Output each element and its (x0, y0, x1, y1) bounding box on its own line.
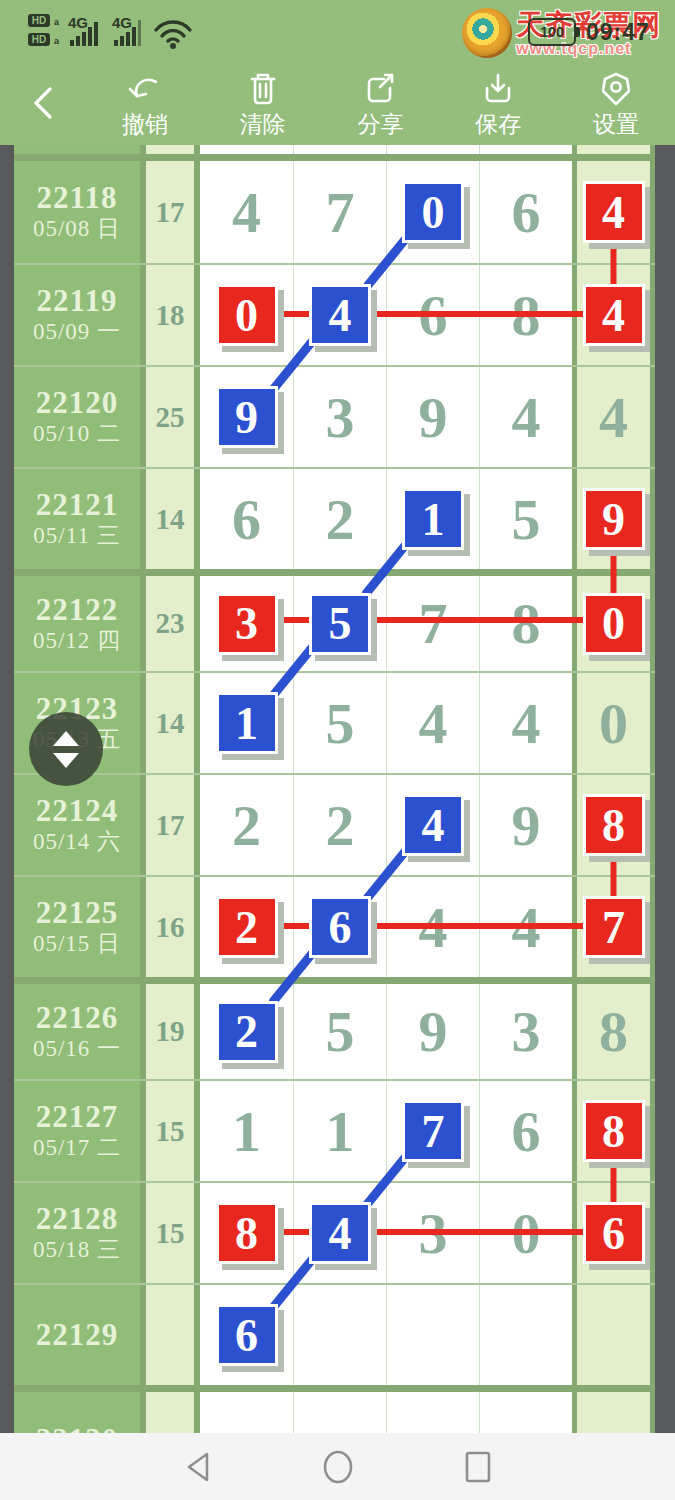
digit-cell[interactable]: 4 (479, 877, 572, 977)
digit-cell[interactable]: 3 (479, 984, 572, 1079)
digit-cell[interactable] (386, 1392, 479, 1433)
status-bar: HD a HD a 4G 4G (0, 0, 675, 60)
grid-divider (650, 673, 655, 773)
svg-text:4G: 4G (112, 14, 132, 31)
nav-back-icon (183, 1450, 213, 1484)
digit-cell[interactable]: 4 (386, 877, 479, 977)
clear-button[interactable]: 清除 (204, 70, 322, 136)
draw-row-22123: 2212305/13 五1415440 (14, 671, 655, 773)
svg-text:4G: 4G (68, 14, 88, 31)
digit-cell[interactable]: 2 (293, 469, 386, 569)
digit-cell[interactable]: 6 (479, 161, 572, 263)
red-marked-digit[interactable]: 0 (583, 593, 645, 655)
scroll-down-icon (53, 753, 79, 768)
svg-text:HD: HD (32, 34, 46, 45)
digit-cell[interactable]: 9 (386, 984, 479, 1079)
draw-date: 05/09 一 (33, 318, 121, 346)
grid-divider (650, 877, 655, 977)
digit-cell (293, 145, 386, 154)
red-marked-digit[interactable]: 9 (583, 488, 645, 550)
digit-cell[interactable]: 4 (577, 265, 650, 365)
save-button[interactable]: 保存 (439, 70, 557, 136)
issue-number: 22118 (37, 181, 118, 215)
sum-cell (146, 1285, 194, 1385)
sum-cell: 17 (146, 775, 194, 875)
draw-row-22129: 221296 (14, 1283, 655, 1385)
settings-icon (596, 70, 636, 108)
scroll-updown-button[interactable] (29, 712, 103, 786)
sum-cell: 15 (146, 1183, 194, 1283)
digit-cell[interactable]: 0 (386, 161, 479, 263)
sum-cell: 17 (146, 161, 194, 263)
settings-button[interactable]: 设置 (557, 70, 675, 136)
draw-date: 05/16 一 (33, 1035, 121, 1063)
digit-cell[interactable]: 1 (200, 673, 293, 773)
digit-cell[interactable]: 1 (386, 469, 479, 569)
red-marked-digit[interactable]: 6 (583, 1202, 645, 1264)
android-nav-bar (0, 1433, 675, 1500)
draw-row-22126: 2212605/16 一1925938 (14, 977, 655, 1079)
issue-cell: 2212205/12 四 (14, 576, 140, 671)
draw-date: 05/17 二 (33, 1134, 121, 1162)
digit-cell[interactable]: 8 (200, 1183, 293, 1283)
grid-divider (650, 1285, 655, 1385)
digit-cell[interactable]: 5 (293, 576, 386, 671)
sum-cell: 14 (146, 673, 194, 773)
issue-cell: 22129 (14, 1285, 140, 1385)
save-label: 保存 (475, 112, 521, 136)
digit-cell[interactable]: 7 (386, 576, 479, 671)
digit-cell[interactable]: 4 (293, 265, 386, 365)
share-label: 分享 (357, 112, 403, 136)
issue-cell: 2212805/18 三 (14, 1183, 140, 1283)
trend-chart: 2211805/08 日17470642211905/09 一180468422… (0, 145, 675, 1433)
issue-cell: 2212605/16 一 (14, 984, 140, 1079)
digit-cell[interactable]: 4 (386, 775, 479, 875)
digit-cell[interactable]: 2 (200, 775, 293, 875)
nav-home-icon (321, 1449, 355, 1485)
app-screen: HD a HD a 4G 4G (0, 0, 675, 1500)
issue-number: 22124 (36, 794, 119, 828)
digit-cell[interactable] (577, 1285, 650, 1385)
digit-cell[interactable]: 8 (577, 775, 650, 875)
digit-cell[interactable]: 0 (200, 265, 293, 365)
grid-divider (650, 265, 655, 365)
digit-cell[interactable]: 8 (479, 576, 572, 671)
issue-cell: 2211905/09 一 (14, 265, 140, 365)
digit-cell[interactable]: 2 (293, 775, 386, 875)
digit-cell[interactable]: 5 (293, 984, 386, 1079)
sum-cell: 15 (146, 1081, 194, 1181)
draw-date: 05/11 三 (33, 522, 120, 550)
draw-date: 05/14 六 (33, 828, 121, 856)
sum-cell: 19 (146, 984, 194, 1079)
blue-marked-digit[interactable]: 6 (309, 896, 371, 958)
sum-cell: 23 (146, 576, 194, 671)
draw-date: 05/08 日 (33, 215, 121, 243)
sum-cell: 18 (146, 265, 194, 365)
blue-marked-digit[interactable]: 5 (309, 593, 371, 655)
digit-cell[interactable]: 4 (577, 161, 650, 263)
trend-chart-grid: 2211805/08 日17470642211905/09 一180468422… (14, 145, 655, 1433)
toolbar: 撤销 清除 分享 保存 (0, 60, 675, 145)
clear-label: 清除 (240, 112, 286, 136)
digit-cell[interactable]: 4 (200, 161, 293, 263)
digit-cell[interactable] (386, 1285, 479, 1385)
draw-date: 05/18 三 (33, 1236, 121, 1264)
digit-cell[interactable]: 9 (200, 367, 293, 467)
blue-marked-digit[interactable]: 1 (402, 488, 464, 550)
grid-divider (650, 161, 655, 263)
digit-cell[interactable]: 8 (577, 1081, 650, 1181)
digit-cell[interactable]: 6 (577, 1183, 650, 1283)
back-button[interactable] (0, 83, 86, 123)
digit-cell[interactable]: 5 (479, 469, 572, 569)
digit-cell[interactable]: 2 (200, 877, 293, 977)
red-marked-digit[interactable]: 2 (216, 896, 278, 958)
issue-number: 22122 (36, 593, 119, 627)
draw-date: 05/15 日 (33, 930, 121, 958)
scroll-up-icon (53, 731, 79, 746)
digit-cell[interactable]: 7 (577, 877, 650, 977)
battery-icon: 100 (528, 18, 576, 46)
issue-number: 22130 (36, 1423, 119, 1434)
digit-cell[interactable] (479, 1392, 572, 1433)
draw-row-22120: 2212005/10 二2593944 (14, 365, 655, 467)
issue-number: 22120 (36, 386, 119, 420)
digit-cell[interactable]: 6 (293, 877, 386, 977)
digit-cell (577, 145, 650, 154)
digit-cell[interactable] (479, 1285, 572, 1385)
trash-icon (243, 70, 283, 108)
draw-row-22119: 2211905/09 一1804684 (14, 263, 655, 365)
digit-cell[interactable]: 6 (200, 1285, 293, 1385)
digit-cell[interactable] (293, 1285, 386, 1385)
undo-icon (125, 70, 165, 108)
nav-recents-icon (463, 1450, 493, 1484)
digit-cell[interactable]: 4 (293, 1183, 386, 1283)
digit-cell[interactable]: 0 (577, 576, 650, 671)
svg-text:a: a (54, 17, 60, 27)
red-marked-digit[interactable]: 8 (583, 794, 645, 856)
nav-home-button[interactable] (321, 1449, 355, 1485)
undo-label: 撤销 (122, 112, 168, 136)
issue-cell: 2212705/17 二 (14, 1081, 140, 1181)
red-marked-digit[interactable]: 4 (583, 181, 645, 243)
red-marked-digit[interactable]: 0 (216, 284, 278, 346)
signal-wifi-icons: HD a HD a 4G 4G (28, 10, 228, 52)
issue-number: 22119 (37, 284, 118, 318)
issue-number: 22125 (36, 896, 119, 930)
issue-number: 22129 (36, 1318, 119, 1352)
issue-cell: 2212405/14 六 (14, 775, 140, 875)
grid-divider (650, 576, 655, 671)
digit-cell[interactable]: 4 (479, 367, 572, 467)
issue-cell: 2212005/10 二 (14, 367, 140, 467)
battery-level: 100 (540, 24, 563, 40)
blue-marked-digit[interactable]: 7 (402, 1100, 464, 1162)
draw-row-22124: 2212405/14 六1722498 (14, 773, 655, 875)
draw-row-22130: 22130 (14, 1385, 655, 1433)
digit-cell[interactable]: 6 (386, 265, 479, 365)
site-logo-icon (462, 8, 512, 58)
grid-divider (650, 1392, 655, 1433)
digit-cell[interactable]: 1 (200, 1081, 293, 1181)
blue-marked-digit[interactable]: 0 (402, 181, 464, 243)
digit-cell (200, 145, 293, 154)
digit-cell[interactable]: 6 (479, 1081, 572, 1181)
digit-cell[interactable]: 9 (386, 367, 479, 467)
status-time: 09:47 (586, 19, 650, 46)
sum-cell (146, 145, 194, 154)
issue-number: 22128 (36, 1202, 119, 1236)
digit-cell[interactable]: 1 (293, 1081, 386, 1181)
digit-cell[interactable]: 5 (293, 673, 386, 773)
digit-cell[interactable]: 9 (577, 469, 650, 569)
group-divider (14, 154, 655, 161)
grid-divider (650, 984, 655, 1079)
grid-divider (650, 367, 655, 467)
digit-cell[interactable]: 2 (200, 984, 293, 1079)
digit-cell[interactable]: 3 (386, 1183, 479, 1283)
sum-cell: 16 (146, 877, 194, 977)
sum-cell: 14 (146, 469, 194, 569)
sum-cell (146, 1392, 194, 1433)
issue-cell: 2212105/11 三 (14, 469, 140, 569)
settings-label: 设置 (593, 112, 639, 136)
digit-cell[interactable]: 6 (200, 469, 293, 569)
red-marked-digit[interactable]: 8 (583, 1100, 645, 1162)
partial-row (14, 145, 655, 154)
digit-cell[interactable]: 8 (479, 265, 572, 365)
nav-back-button[interactable] (183, 1450, 213, 1484)
draw-row-22122: 2212205/12 四2335780 (14, 569, 655, 671)
chevron-left-icon (26, 83, 60, 123)
save-icon (478, 70, 518, 108)
draw-date: 05/12 四 (33, 627, 121, 655)
battery-and-clock: 100 09:47 (528, 18, 650, 46)
digit-cell[interactable]: 0 (577, 673, 650, 773)
digit-cell[interactable]: 4 (386, 673, 479, 773)
digit-cell[interactable]: 0 (479, 1183, 572, 1283)
blue-marked-digit[interactable]: 1 (216, 692, 278, 754)
blue-marked-digit[interactable]: 4 (309, 284, 371, 346)
grid-divider (650, 145, 655, 154)
digit-cell[interactable]: 9 (479, 775, 572, 875)
blue-marked-digit[interactable]: 4 (402, 794, 464, 856)
digit-cell[interactable]: 4 (577, 367, 650, 467)
digit-cell[interactable]: 7 (386, 1081, 479, 1181)
draw-date: 05/10 二 (33, 420, 121, 448)
digit-cell[interactable]: 8 (577, 984, 650, 1079)
grid-divider (650, 1081, 655, 1181)
issue-cell: 22130 (14, 1392, 140, 1433)
svg-text:HD: HD (32, 15, 46, 26)
draw-row-22128: 2212805/18 三1584306 (14, 1181, 655, 1283)
nav-recents-button[interactable] (463, 1450, 493, 1484)
grid-divider (650, 469, 655, 569)
undo-button[interactable]: 撤销 (86, 70, 204, 136)
red-marked-digit[interactable]: 8 (216, 1202, 278, 1264)
draw-row-22118: 2211805/08 日1747064 (14, 161, 655, 263)
issue-number: 22121 (36, 488, 119, 522)
draw-row-22125: 2212505/15 日1626447 (14, 875, 655, 977)
digit-cell (479, 145, 572, 154)
issue-number: 22126 (36, 1001, 119, 1035)
grid-divider (650, 775, 655, 875)
draw-row-22127: 2212705/17 二1511768 (14, 1079, 655, 1181)
issue-cell: 2211805/08 日 (14, 161, 140, 263)
issue-cell (14, 145, 140, 154)
digit-cell[interactable] (200, 1392, 293, 1433)
issue-cell: 2212505/15 日 (14, 877, 140, 977)
red-marked-digit[interactable]: 3 (216, 593, 278, 655)
digit-cell[interactable]: 3 (200, 576, 293, 671)
sum-cell: 25 (146, 367, 194, 467)
digit-cell (386, 145, 479, 154)
svg-text:a: a (54, 36, 60, 46)
issue-number: 22127 (36, 1100, 119, 1134)
battery-nub (576, 27, 580, 37)
digit-cell[interactable]: 7 (293, 161, 386, 263)
digit-cell[interactable] (293, 1392, 386, 1433)
digit-cell[interactable]: 3 (293, 367, 386, 467)
digit-cell[interactable] (577, 1392, 650, 1433)
red-marked-digit[interactable]: 7 (583, 896, 645, 958)
grid-divider (650, 1183, 655, 1283)
blue-marked-digit[interactable]: 9 (216, 386, 278, 448)
share-icon (360, 70, 400, 108)
share-button[interactable]: 分享 (322, 70, 440, 136)
blue-marked-digit[interactable]: 4 (309, 1202, 371, 1264)
draw-row-22121: 2212105/11 三1462159 (14, 467, 655, 569)
red-marked-digit[interactable]: 4 (583, 284, 645, 346)
digit-cell[interactable]: 4 (479, 673, 572, 773)
blue-marked-digit[interactable]: 6 (216, 1304, 278, 1366)
blue-marked-digit[interactable]: 2 (216, 1001, 278, 1063)
